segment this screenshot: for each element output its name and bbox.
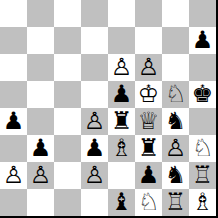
square-h8[interactable] [189, 0, 216, 27]
square-a1[interactable] [0, 189, 27, 216]
square-g4[interactable]: ♞ [162, 108, 189, 135]
square-h3[interactable]: ♘ [189, 135, 216, 162]
piece-white-pawn: ♙ [165, 135, 187, 162]
square-d3[interactable]: ♟ [81, 135, 108, 162]
piece-white-rook: ♖ [165, 189, 187, 216]
square-b8[interactable] [27, 0, 54, 27]
square-h5[interactable]: ♚ [189, 81, 216, 108]
piece-white-pawn: ♙ [111, 54, 133, 81]
piece-black-pawn: ♟ [111, 81, 133, 108]
square-h6[interactable] [189, 54, 216, 81]
square-g1[interactable]: ♖ [162, 189, 189, 216]
square-f7[interactable] [135, 27, 162, 54]
square-c1[interactable] [54, 189, 81, 216]
piece-white-knight: ♘ [192, 135, 214, 162]
piece-white-bishop: ♗ [192, 189, 214, 216]
piece-white-pawn: ♙ [30, 162, 52, 189]
square-e1[interactable]: ♝ [108, 189, 135, 216]
chess-board: ♟♙♙♟♔♘♚♟♙♜♕♞♟♟♗♜♙♘♙♙♙♟♞♖♝♘♖♗ [0, 0, 218, 218]
square-d7[interactable] [81, 27, 108, 54]
piece-black-knight: ♞ [165, 108, 187, 135]
square-a7[interactable] [0, 27, 27, 54]
square-e7[interactable] [108, 27, 135, 54]
piece-black-rook: ♜ [138, 135, 160, 162]
piece-black-bishop: ♝ [111, 189, 133, 216]
square-g7[interactable] [162, 27, 189, 54]
square-b2[interactable]: ♙ [27, 162, 54, 189]
square-c5[interactable] [54, 81, 81, 108]
square-d6[interactable] [81, 54, 108, 81]
piece-white-knight: ♘ [138, 189, 160, 216]
square-d8[interactable] [81, 0, 108, 27]
square-b7[interactable] [27, 27, 54, 54]
piece-white-king: ♔ [138, 81, 160, 108]
square-a4[interactable]: ♟ [0, 108, 27, 135]
square-c6[interactable] [54, 54, 81, 81]
square-d1[interactable] [81, 189, 108, 216]
square-b3[interactable]: ♟ [27, 135, 54, 162]
square-g5[interactable]: ♘ [162, 81, 189, 108]
square-e8[interactable] [108, 0, 135, 27]
piece-white-pawn: ♙ [84, 108, 106, 135]
piece-white-pawn: ♙ [138, 54, 160, 81]
square-g2[interactable]: ♞ [162, 162, 189, 189]
square-e6[interactable]: ♙ [108, 54, 135, 81]
piece-black-pawn: ♟ [3, 108, 25, 135]
piece-white-queen: ♕ [138, 108, 160, 135]
square-h1[interactable]: ♗ [189, 189, 216, 216]
square-f2[interactable]: ♟ [135, 162, 162, 189]
piece-black-pawn: ♟ [138, 162, 160, 189]
square-g8[interactable] [162, 0, 189, 27]
piece-white-bishop: ♗ [111, 135, 133, 162]
square-h7[interactable]: ♟ [189, 27, 216, 54]
piece-white-pawn: ♙ [84, 162, 106, 189]
square-c7[interactable] [54, 27, 81, 54]
square-e5[interactable]: ♟ [108, 81, 135, 108]
square-f1[interactable]: ♘ [135, 189, 162, 216]
square-h4[interactable] [189, 108, 216, 135]
square-f5[interactable]: ♔ [135, 81, 162, 108]
piece-black-rook: ♜ [111, 108, 133, 135]
square-g6[interactable] [162, 54, 189, 81]
piece-white-pawn: ♙ [3, 162, 25, 189]
square-g3[interactable]: ♙ [162, 135, 189, 162]
square-d4[interactable]: ♙ [81, 108, 108, 135]
square-f4[interactable]: ♕ [135, 108, 162, 135]
square-a2[interactable]: ♙ [0, 162, 27, 189]
square-c4[interactable] [54, 108, 81, 135]
square-c3[interactable] [54, 135, 81, 162]
piece-black-pawn: ♟ [192, 27, 214, 54]
square-b5[interactable] [27, 81, 54, 108]
square-b1[interactable] [27, 189, 54, 216]
piece-black-pawn: ♟ [30, 135, 52, 162]
square-e4[interactable]: ♜ [108, 108, 135, 135]
square-a3[interactable] [0, 135, 27, 162]
square-f3[interactable]: ♜ [135, 135, 162, 162]
square-f8[interactable] [135, 0, 162, 27]
piece-white-rook: ♖ [192, 162, 214, 189]
square-h2[interactable]: ♖ [189, 162, 216, 189]
square-e2[interactable] [108, 162, 135, 189]
square-b4[interactable] [27, 108, 54, 135]
square-a6[interactable] [0, 54, 27, 81]
square-d5[interactable] [81, 81, 108, 108]
square-a5[interactable] [0, 81, 27, 108]
square-d2[interactable]: ♙ [81, 162, 108, 189]
square-b6[interactable] [27, 54, 54, 81]
piece-black-king: ♚ [192, 81, 214, 108]
square-a8[interactable] [0, 0, 27, 27]
piece-white-knight: ♘ [165, 81, 187, 108]
piece-black-pawn: ♟ [84, 135, 106, 162]
piece-black-knight: ♞ [165, 162, 187, 189]
square-e3[interactable]: ♗ [108, 135, 135, 162]
square-c8[interactable] [54, 0, 81, 27]
square-c2[interactable] [54, 162, 81, 189]
square-f6[interactable]: ♙ [135, 54, 162, 81]
